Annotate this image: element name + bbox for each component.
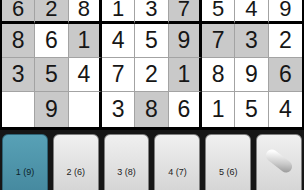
numpad-button-5-label: 5 (6): [219, 167, 238, 177]
cell-r3c3[interactable]: 4: [69, 58, 102, 92]
cell-r1c3[interactable]: 8: [69, 0, 102, 24]
cell-r2c3[interactable]: 1: [69, 24, 102, 58]
cell-r3c2[interactable]: 5: [35, 58, 68, 92]
cell-r3c8[interactable]: 9: [235, 58, 268, 92]
sudoku-board: 6281375498614597323547218969386154: [0, 0, 304, 130]
cell-r4c5[interactable]: 8: [135, 92, 168, 127]
cell-r4c2[interactable]: 9: [35, 92, 68, 127]
cell-r1c6[interactable]: 7: [169, 0, 202, 24]
numpad-button-3[interactable]: 3 (8): [104, 134, 150, 190]
numpad-button-3-label: 3 (8): [117, 167, 136, 177]
cell-r2c8[interactable]: 3: [235, 24, 268, 58]
numpad-button-1-label: 1 (9): [16, 167, 35, 177]
cell-r4c3[interactable]: [69, 92, 102, 127]
cell-r4c6[interactable]: 6: [169, 92, 202, 127]
cell-r3c7[interactable]: 8: [202, 58, 235, 92]
numpad-button-2[interactable]: 2 (6): [53, 134, 99, 190]
cell-r4c1[interactable]: [2, 92, 35, 127]
cell-r1c5[interactable]: 3: [135, 0, 168, 24]
cell-r1c7[interactable]: 5: [202, 0, 235, 24]
cell-r1c1[interactable]: 6: [2, 0, 35, 24]
cell-r3c9[interactable]: 6: [269, 58, 302, 92]
numpad-button-2-label: 2 (6): [66, 167, 85, 177]
cell-r4c4[interactable]: 3: [102, 92, 135, 127]
cell-r4c8[interactable]: 5: [235, 92, 268, 127]
cell-r4c9[interactable]: 4: [269, 92, 302, 127]
cell-r2c6[interactable]: 9: [169, 24, 202, 58]
cell-r1c9[interactable]: 9: [269, 0, 302, 24]
numpad-button-5[interactable]: 5 (6): [205, 134, 251, 190]
cell-r4c7[interactable]: 1: [202, 92, 235, 127]
number-pad-bar: 1 (9) 2 (6) 3 (8) 4 (7) 5 (6): [0, 130, 304, 190]
cell-r3c1[interactable]: 3: [2, 58, 35, 92]
cell-r1c8[interactable]: 4: [235, 0, 268, 24]
cell-r2c2[interactable]: 6: [35, 24, 68, 58]
cell-r3c5[interactable]: 2: [135, 58, 168, 92]
eraser-button[interactable]: [256, 134, 302, 190]
cell-r2c7[interactable]: 7: [202, 24, 235, 58]
cell-r2c4[interactable]: 4: [102, 24, 135, 58]
cell-r2c9[interactable]: 2: [269, 24, 302, 58]
cell-r2c1[interactable]: 8: [2, 24, 35, 58]
numpad-button-1[interactable]: 1 (9): [2, 134, 48, 190]
cell-r1c2[interactable]: 2: [35, 0, 68, 24]
cell-r2c5[interactable]: 5: [135, 24, 168, 58]
cell-r3c4[interactable]: 7: [102, 58, 135, 92]
eraser-icon: [264, 147, 295, 175]
cell-r1c4[interactable]: 1: [102, 0, 135, 24]
cell-r3c6[interactable]: 1: [169, 58, 202, 92]
numpad-button-4[interactable]: 4 (7): [154, 134, 200, 190]
numpad-button-4-label: 4 (7): [168, 167, 187, 177]
